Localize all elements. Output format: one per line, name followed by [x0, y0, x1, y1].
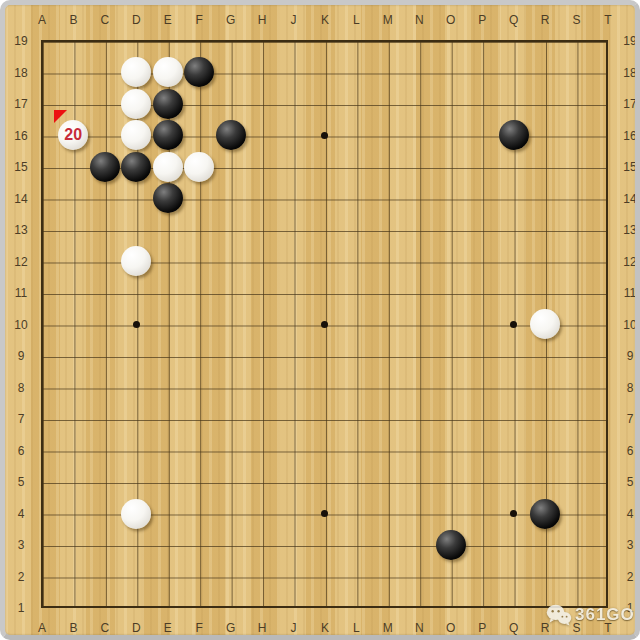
- star-point-K10: [321, 321, 328, 328]
- col-label-top-M: M: [383, 14, 393, 26]
- col-label-bottom-O: O: [446, 622, 455, 634]
- row-label-right-12: 12: [623, 256, 636, 268]
- row-label-left-9: 9: [18, 350, 25, 362]
- star-point-Q4: [510, 510, 517, 517]
- col-label-top-C: C: [101, 14, 110, 26]
- row-label-right-8: 8: [627, 382, 634, 394]
- col-label-bottom-G: G: [226, 622, 235, 634]
- col-label-bottom-A: A: [38, 622, 46, 634]
- row-label-left-13: 13: [14, 224, 27, 236]
- col-label-bottom-T: T: [604, 622, 611, 634]
- stone-white-D4: [121, 499, 151, 529]
- col-label-top-Q: Q: [509, 14, 518, 26]
- star-point-K16: [321, 132, 328, 139]
- row-label-left-5: 5: [18, 476, 25, 488]
- stone-black-R4: [530, 499, 560, 529]
- col-label-top-K: K: [321, 14, 329, 26]
- row-label-right-17: 17: [623, 98, 636, 110]
- col-label-top-A: A: [38, 14, 46, 26]
- stone-black-E16: [153, 120, 183, 150]
- row-label-left-16: 16: [14, 130, 27, 142]
- row-label-left-8: 8: [18, 382, 25, 394]
- col-label-bottom-S: S: [572, 622, 580, 634]
- col-label-top-N: N: [415, 14, 424, 26]
- col-label-bottom-J: J: [291, 622, 297, 634]
- row-label-right-7: 7: [627, 413, 634, 425]
- stone-black-C15: [90, 152, 120, 182]
- row-label-left-3: 3: [18, 539, 25, 551]
- row-label-left-6: 6: [18, 445, 25, 457]
- col-label-top-P: P: [478, 14, 486, 26]
- col-label-bottom-Q: Q: [509, 622, 518, 634]
- row-label-right-15: 15: [623, 161, 636, 173]
- col-label-bottom-L: L: [353, 622, 360, 634]
- row-label-left-18: 18: [14, 67, 27, 79]
- stone-black-O3: [436, 530, 466, 560]
- row-label-left-2: 2: [18, 571, 25, 583]
- stone-white-E15: [153, 152, 183, 182]
- stone-black-E14: [153, 183, 183, 213]
- row-label-left-1: 1: [18, 602, 25, 614]
- stone-white-D17: [121, 89, 151, 119]
- row-label-right-16: 16: [623, 130, 636, 142]
- col-label-bottom-H: H: [258, 622, 267, 634]
- row-label-right-19: 19: [623, 35, 636, 47]
- col-label-top-D: D: [132, 14, 141, 26]
- col-label-bottom-F: F: [196, 622, 203, 634]
- row-label-left-4: 4: [18, 508, 25, 520]
- row-label-left-17: 17: [14, 98, 27, 110]
- last-move-marker-icon: [54, 110, 67, 123]
- col-label-bottom-K: K: [321, 622, 329, 634]
- col-label-top-T: T: [604, 14, 611, 26]
- star-point-K4: [321, 510, 328, 517]
- row-label-right-5: 5: [627, 476, 634, 488]
- row-label-right-11: 11: [624, 287, 636, 299]
- go-board[interactable]: 20: [26, 25, 624, 624]
- row-label-right-6: 6: [627, 445, 634, 457]
- col-label-top-B: B: [69, 14, 77, 26]
- row-label-left-14: 14: [14, 193, 27, 205]
- row-label-right-4: 4: [627, 508, 634, 520]
- stone-black-E17: [153, 89, 183, 119]
- col-label-bottom-R: R: [541, 622, 550, 634]
- col-label-top-J: J: [291, 14, 297, 26]
- row-label-left-11: 11: [15, 287, 27, 299]
- col-label-top-L: L: [353, 14, 360, 26]
- stone-white-D16: [121, 120, 151, 150]
- stone-black-D15: [121, 152, 151, 182]
- col-label-top-H: H: [258, 14, 267, 26]
- row-label-right-18: 18: [623, 67, 636, 79]
- stone-white-D12: [121, 246, 151, 276]
- stone-white-E18: [153, 57, 183, 87]
- star-point-D10: [133, 321, 140, 328]
- row-label-left-15: 15: [14, 161, 27, 173]
- stone-black-G16: [216, 120, 246, 150]
- stone-white-B16: 20: [58, 120, 88, 150]
- col-label-bottom-E: E: [164, 622, 172, 634]
- stone-black-Q16: [499, 120, 529, 150]
- row-label-right-13: 13: [623, 224, 636, 236]
- row-label-left-19: 19: [14, 35, 27, 47]
- board-frame: 20 AABBCCDDEEFFGGHHJJKKLLMMNNOOPPQQRRSST…: [0, 0, 640, 640]
- col-label-top-F: F: [196, 14, 203, 26]
- row-label-right-3: 3: [627, 539, 634, 551]
- stone-white-D18: [121, 57, 151, 87]
- row-label-left-12: 12: [14, 256, 27, 268]
- col-label-bottom-C: C: [101, 622, 110, 634]
- col-label-bottom-P: P: [478, 622, 486, 634]
- row-label-right-10: 10: [623, 319, 636, 331]
- stone-white-R10: [530, 309, 560, 339]
- col-label-bottom-B: B: [69, 622, 77, 634]
- star-point-Q10: [510, 321, 517, 328]
- row-label-right-1: 1: [627, 602, 634, 614]
- col-label-bottom-N: N: [415, 622, 424, 634]
- col-label-top-G: G: [226, 14, 235, 26]
- col-label-top-E: E: [164, 14, 172, 26]
- col-label-top-S: S: [572, 14, 580, 26]
- col-label-bottom-M: M: [383, 622, 393, 634]
- row-label-right-2: 2: [627, 571, 634, 583]
- stone-white-F15: [184, 152, 214, 182]
- move-number-label: 20: [64, 127, 82, 143]
- row-label-right-9: 9: [627, 350, 634, 362]
- row-label-left-10: 10: [14, 319, 27, 331]
- stone-black-F18: [184, 57, 214, 87]
- row-label-right-14: 14: [623, 193, 636, 205]
- col-label-bottom-D: D: [132, 622, 141, 634]
- row-label-left-7: 7: [18, 413, 25, 425]
- col-label-top-O: O: [446, 14, 455, 26]
- col-label-top-R: R: [541, 14, 550, 26]
